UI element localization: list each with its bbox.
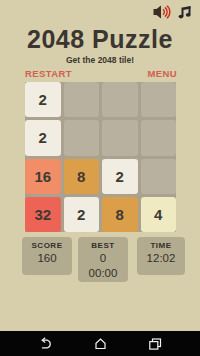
empty-cell [102, 82, 138, 117]
tile-8: 8 [102, 197, 138, 232]
tile-2: 2 [25, 120, 61, 155]
board[interactable]: 22168232284 [25, 82, 176, 232]
empty-cell [141, 159, 177, 194]
time-value: 12:02 [137, 252, 185, 265]
speaker-sound-on-icon[interactable] [152, 4, 171, 20]
best-box: BEST 0 00:00 [78, 237, 128, 282]
empty-cell [64, 120, 100, 155]
app-screen: 2048 Puzzle Get the 2048 tile! RESTART M… [0, 0, 200, 356]
sound-controls [152, 4, 193, 20]
empty-cell [141, 120, 177, 155]
tile-8: 8 [64, 159, 100, 194]
best-label: BEST [78, 241, 128, 250]
score-value: 160 [22, 252, 72, 265]
menu-row: RESTART MENU [25, 68, 177, 79]
restart-button[interactable]: RESTART [25, 68, 72, 79]
page-subtitle: Get the 2048 tile! [0, 55, 200, 65]
score-label: SCORE [22, 241, 72, 250]
recents-icon[interactable] [148, 337, 162, 350]
music-note-icon[interactable] [177, 4, 193, 20]
tile-4: 4 [141, 197, 177, 232]
tile-2: 2 [102, 159, 138, 194]
best-time-value: 00:00 [78, 267, 128, 280]
score-box: SCORE 160 [22, 237, 72, 275]
home-icon[interactable] [94, 337, 107, 350]
tile-2: 2 [64, 197, 100, 232]
empty-cell [64, 82, 100, 117]
empty-cell [141, 82, 177, 117]
android-navbar [0, 331, 200, 356]
page-title: 2048 Puzzle [0, 25, 200, 54]
back-icon[interactable] [39, 337, 53, 350]
tile-16: 16 [25, 159, 61, 194]
menu-button[interactable]: MENU [147, 68, 177, 79]
best-value: 0 [78, 252, 128, 265]
tile-2: 2 [25, 82, 61, 117]
empty-cell [102, 120, 138, 155]
time-box: TIME 12:02 [137, 237, 185, 275]
tile-32: 32 [25, 197, 61, 232]
time-label: TIME [137, 241, 185, 250]
